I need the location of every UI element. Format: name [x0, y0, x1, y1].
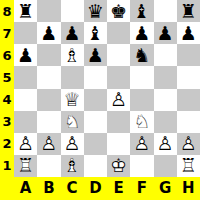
white-pawn-f2: ♙	[133, 134, 150, 153]
file-label-h: H	[177, 177, 200, 200]
square-g4[interactable]	[154, 89, 177, 111]
square-b6[interactable]	[37, 44, 60, 66]
white-knight-f3: ♘	[133, 112, 150, 131]
square-g8[interactable]	[154, 0, 177, 22]
black-queen-d8: ♛	[87, 2, 104, 21]
square-f6[interactable]: ♞	[130, 44, 153, 66]
square-h7[interactable]: ♟	[177, 22, 200, 44]
rank-label-8: 8	[0, 0, 14, 22]
square-a8[interactable]: ♜	[14, 0, 37, 22]
rank-label-5: 5	[0, 66, 14, 88]
rank-label-7: 7	[0, 22, 14, 44]
square-d3[interactable]	[84, 111, 107, 133]
square-c8[interactable]	[61, 0, 84, 22]
black-rook-h8: ♜	[180, 2, 197, 21]
square-f7[interactable]: ♟	[130, 22, 153, 44]
square-h5[interactable]	[177, 66, 200, 88]
white-pawn-g2: ♙	[157, 134, 174, 153]
square-g7[interactable]: ♟	[154, 22, 177, 44]
black-rook-a8: ♜	[17, 2, 34, 21]
square-b3[interactable]	[37, 111, 60, 133]
chess-board: ♜♛♚♝♜♟♟♝♟♟♟♟♗♟♞♕♙♘♘♙♙♙♙♙♙♖♗♔♖	[14, 0, 200, 177]
file-label-b: B	[37, 177, 60, 200]
square-b4[interactable]	[37, 89, 60, 111]
square-c1[interactable]: ♗	[61, 155, 84, 177]
square-b7[interactable]: ♟	[37, 22, 60, 44]
square-h8[interactable]: ♜	[177, 0, 200, 22]
corner-spacer	[0, 177, 14, 200]
square-b1[interactable]	[37, 155, 60, 177]
square-h6[interactable]	[177, 44, 200, 66]
white-pawn-c2: ♙	[64, 134, 81, 153]
square-e8[interactable]: ♚	[107, 0, 130, 22]
file-labels: ABCDEFGH	[0, 177, 200, 200]
black-pawn-b7: ♟	[40, 24, 57, 43]
rank-label-6: 6	[0, 44, 14, 66]
black-pawn-g7: ♟	[157, 24, 174, 43]
file-label-a: A	[14, 177, 37, 200]
rank-labels: 87654321	[0, 0, 14, 177]
white-pawn-b2: ♙	[40, 134, 57, 153]
square-a5[interactable]	[14, 66, 37, 88]
square-a3[interactable]	[14, 111, 37, 133]
square-d8[interactable]: ♛	[84, 0, 107, 22]
square-g6[interactable]	[154, 44, 177, 66]
white-pawn-h2: ♙	[180, 134, 197, 153]
square-f2[interactable]: ♙	[130, 133, 153, 155]
white-bishop-c6: ♗	[64, 46, 81, 65]
square-c3[interactable]: ♘	[61, 111, 84, 133]
square-c6[interactable]: ♗	[61, 44, 84, 66]
white-knight-c3: ♘	[64, 112, 81, 131]
white-pawn-e4: ♙	[110, 90, 127, 109]
square-a4[interactable]	[14, 89, 37, 111]
square-f1[interactable]	[130, 155, 153, 177]
square-d1[interactable]	[84, 155, 107, 177]
square-f3[interactable]: ♘	[130, 111, 153, 133]
square-g5[interactable]	[154, 66, 177, 88]
square-b2[interactable]: ♙	[37, 133, 60, 155]
square-f5[interactable]	[130, 66, 153, 88]
file-label-g: G	[154, 177, 177, 200]
black-knight-f6: ♞	[133, 46, 150, 65]
black-pawn-a6: ♟	[17, 46, 34, 65]
square-a2[interactable]: ♙	[14, 133, 37, 155]
square-d2[interactable]	[84, 133, 107, 155]
square-c4[interactable]: ♕	[61, 89, 84, 111]
file-label-d: D	[84, 177, 107, 200]
square-b8[interactable]	[37, 0, 60, 22]
square-a1[interactable]: ♖	[14, 155, 37, 177]
black-pawn-c7: ♟	[64, 24, 81, 43]
white-rook-h1: ♖	[180, 156, 197, 175]
square-a6[interactable]: ♟	[14, 44, 37, 66]
black-bishop-d7: ♝	[87, 24, 104, 43]
square-a7[interactable]	[14, 22, 37, 44]
chess-board-diagram: 87654321 ♜♛♚♝♜♟♟♝♟♟♟♟♗♟♞♕♙♘♘♙♙♙♙♙♙♖♗♔♖ A…	[0, 0, 200, 200]
black-pawn-f7: ♟	[133, 24, 150, 43]
square-c7[interactable]: ♟	[61, 22, 84, 44]
square-g1[interactable]	[154, 155, 177, 177]
square-e3[interactable]	[107, 111, 130, 133]
square-e1[interactable]: ♔	[107, 155, 130, 177]
file-label-f: F	[130, 177, 153, 200]
square-c2[interactable]: ♙	[61, 133, 84, 155]
square-c5[interactable]	[61, 66, 84, 88]
square-h2[interactable]: ♙	[177, 133, 200, 155]
white-queen-c4: ♕	[64, 90, 81, 109]
square-d7[interactable]: ♝	[84, 22, 107, 44]
rank-label-4: 4	[0, 89, 14, 111]
square-d4[interactable]	[84, 89, 107, 111]
square-e5[interactable]	[107, 66, 130, 88]
square-h3[interactable]	[177, 111, 200, 133]
square-g3[interactable]	[154, 111, 177, 133]
white-pawn-a2: ♙	[17, 134, 34, 153]
square-e2[interactable]	[107, 133, 130, 155]
black-pawn-d6: ♟	[87, 46, 104, 65]
square-g2[interactable]: ♙	[154, 133, 177, 155]
white-rook-a1: ♖	[17, 156, 34, 175]
square-b5[interactable]	[37, 66, 60, 88]
square-h1[interactable]: ♖	[177, 155, 200, 177]
square-e7[interactable]	[107, 22, 130, 44]
white-bishop-c1: ♗	[64, 156, 81, 175]
white-king-e1: ♔	[110, 156, 127, 175]
rank-label-3: 3	[0, 111, 14, 133]
square-d6[interactable]: ♟	[84, 44, 107, 66]
file-label-e: E	[107, 177, 130, 200]
black-bishop-f8: ♝	[133, 2, 150, 21]
file-label-c: C	[61, 177, 84, 200]
black-king-e8: ♚	[110, 2, 127, 21]
square-f4[interactable]	[130, 89, 153, 111]
square-d5[interactable]	[84, 66, 107, 88]
rank-label-2: 2	[0, 133, 14, 155]
square-f8[interactable]: ♝	[130, 0, 153, 22]
square-h4[interactable]	[177, 89, 200, 111]
square-e4[interactable]: ♙	[107, 89, 130, 111]
black-pawn-h7: ♟	[180, 24, 197, 43]
rank-label-1: 1	[0, 155, 14, 177]
square-e6[interactable]	[107, 44, 130, 66]
